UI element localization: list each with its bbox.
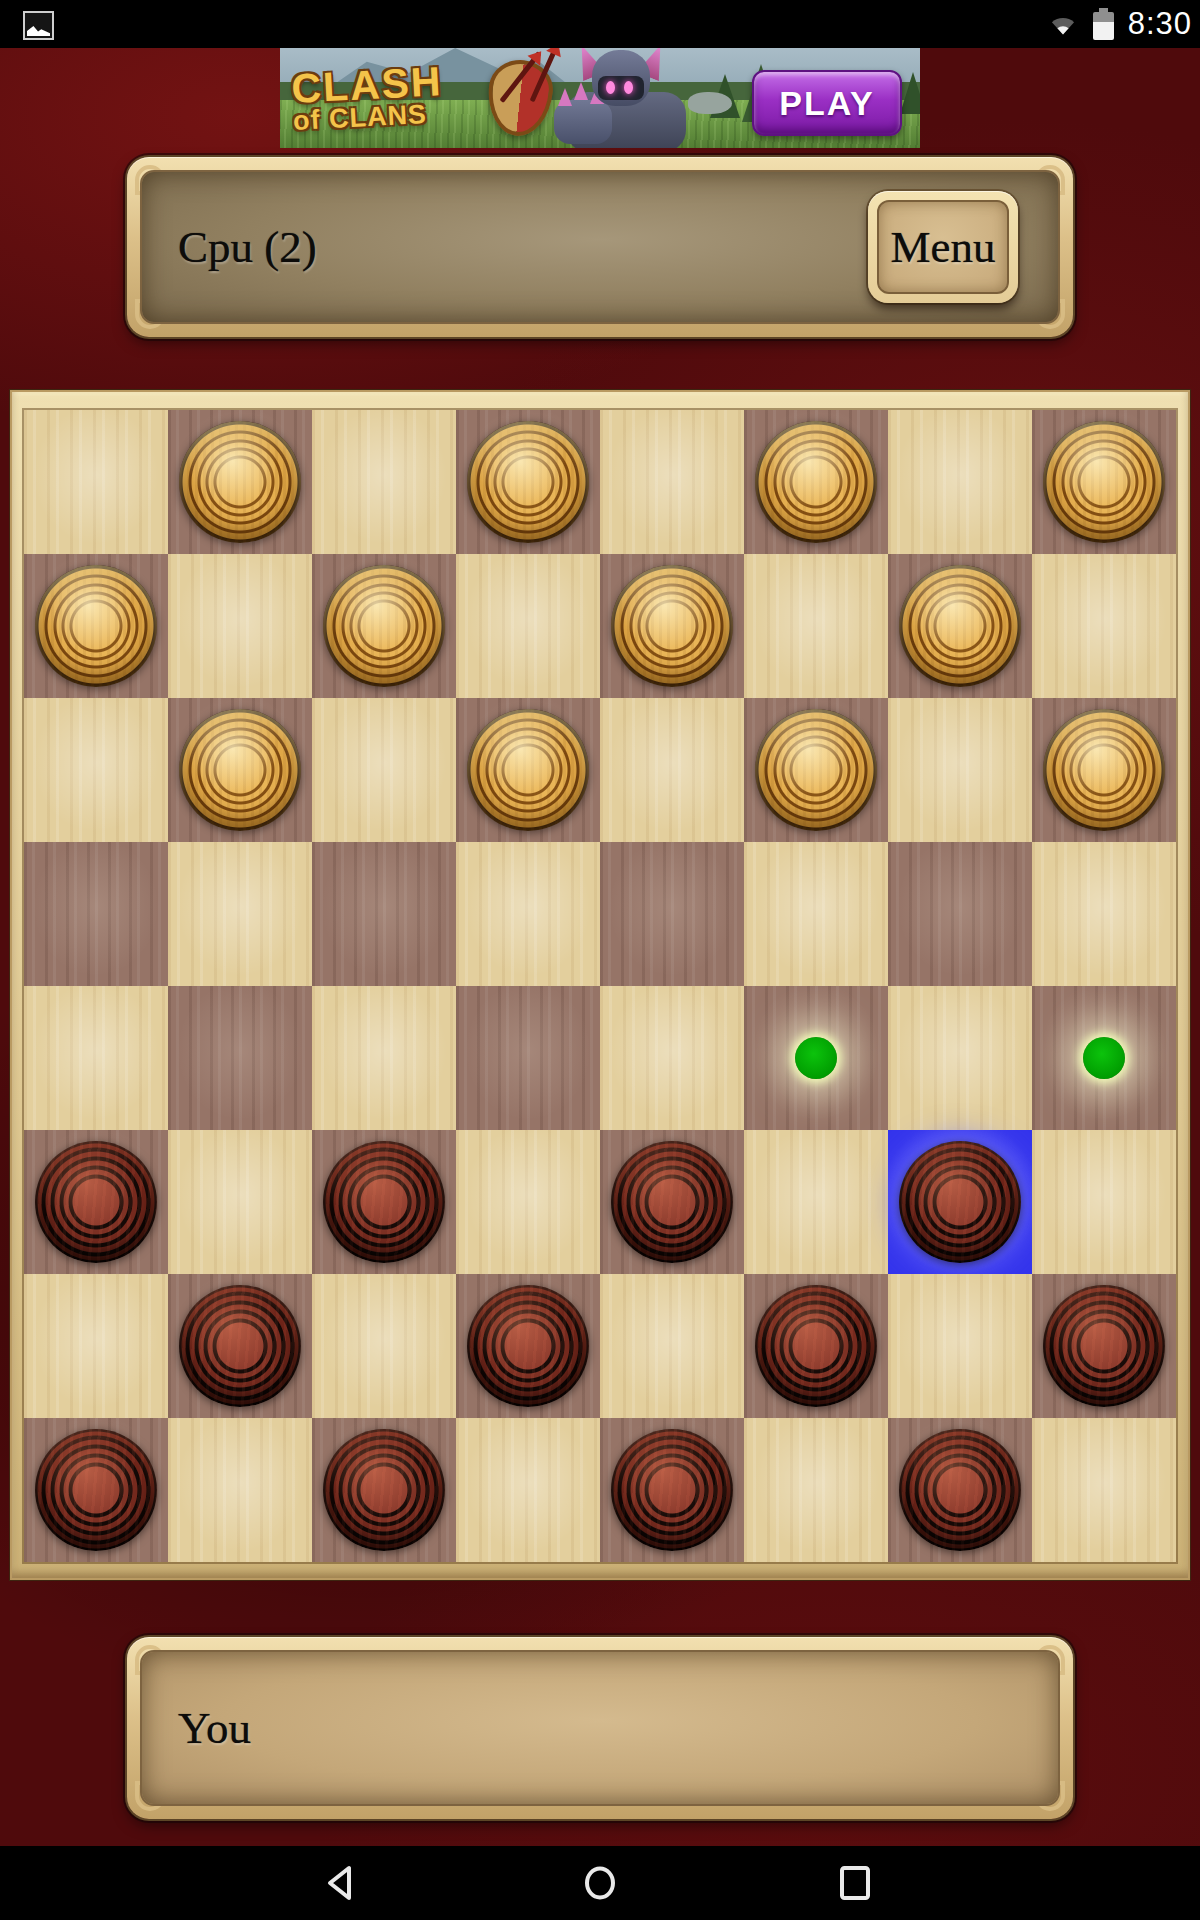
menu-button-label: Menu: [891, 221, 996, 273]
battery-icon: [1093, 8, 1114, 40]
board-square[interactable]: [24, 554, 168, 698]
board-square[interactable]: [312, 1418, 456, 1562]
player-red-piece[interactable]: [611, 1141, 733, 1263]
board-square[interactable]: [24, 842, 168, 986]
board-square[interactable]: [888, 1130, 1032, 1274]
board-square[interactable]: [312, 554, 456, 698]
board-square[interactable]: [744, 698, 888, 842]
board-square[interactable]: [456, 1130, 600, 1274]
player-red-piece[interactable]: [179, 1285, 301, 1407]
board-square[interactable]: [744, 410, 888, 554]
board-square[interactable]: [600, 986, 744, 1130]
recents-button[interactable]: [835, 1863, 875, 1903]
board-square[interactable]: [168, 1130, 312, 1274]
board-square[interactable]: [1032, 842, 1176, 986]
cpu-gold-piece[interactable]: [35, 565, 157, 687]
board-square[interactable]: [600, 1274, 744, 1418]
board-square[interactable]: [600, 1130, 744, 1274]
board-square[interactable]: [744, 1418, 888, 1562]
player-red-piece[interactable]: [1043, 1285, 1165, 1407]
player-red-piece[interactable]: [323, 1141, 445, 1263]
cpu-gold-piece[interactable]: [323, 565, 445, 687]
board-square[interactable]: [456, 554, 600, 698]
board-square[interactable]: [312, 698, 456, 842]
player-red-piece[interactable]: [35, 1141, 157, 1263]
player-red-piece[interactable]: [467, 1285, 589, 1407]
board-square[interactable]: [888, 554, 1032, 698]
cpu-gold-piece[interactable]: [179, 421, 301, 543]
you-panel: You: [127, 1637, 1073, 1819]
board-square[interactable]: [168, 554, 312, 698]
board-square[interactable]: [1032, 986, 1176, 1130]
board-square[interactable]: [888, 1274, 1032, 1418]
player-red-piece[interactable]: [899, 1429, 1021, 1551]
board-square[interactable]: [456, 986, 600, 1130]
player-red-piece[interactable]: [35, 1429, 157, 1551]
pekka-character: [560, 48, 700, 148]
android-nav-bar: [0, 1846, 1200, 1920]
board-square[interactable]: [456, 410, 600, 554]
board-square[interactable]: [312, 1130, 456, 1274]
board-square[interactable]: [744, 842, 888, 986]
board-square[interactable]: [744, 1130, 888, 1274]
board-square[interactable]: [24, 1274, 168, 1418]
clock-text: 8:30: [1128, 6, 1192, 42]
board-square[interactable]: [312, 842, 456, 986]
ad-play-button[interactable]: PLAY: [752, 70, 902, 136]
cpu-gold-piece[interactable]: [467, 421, 589, 543]
back-button[interactable]: [322, 1863, 362, 1903]
board-grid: [24, 410, 1176, 1562]
board-square[interactable]: [888, 698, 1032, 842]
board-square[interactable]: [744, 986, 888, 1130]
board-square[interactable]: [600, 410, 744, 554]
move-target-dot[interactable]: [1083, 1037, 1125, 1079]
ad-banner[interactable]: CLASH of CLANS PLAY: [280, 48, 920, 148]
board-square[interactable]: [312, 1274, 456, 1418]
player-red-piece[interactable]: [611, 1429, 733, 1551]
cpu-gold-piece[interactable]: [899, 565, 1021, 687]
board-square[interactable]: [744, 1274, 888, 1418]
cpu-panel: Cpu (2) Menu: [127, 157, 1073, 337]
player-red-piece[interactable]: [899, 1141, 1021, 1263]
screenshot-notification-icon: [23, 11, 54, 40]
checkers-board: [10, 390, 1190, 1580]
board-square[interactable]: [1032, 554, 1176, 698]
cpu-gold-piece[interactable]: [467, 709, 589, 831]
board-square[interactable]: [600, 698, 744, 842]
board-square[interactable]: [168, 1418, 312, 1562]
checkers-app-screen: 8:30 CLASH of CLANS: [0, 0, 1200, 1920]
player-red-piece[interactable]: [755, 1285, 877, 1407]
board-square[interactable]: [168, 842, 312, 986]
cpu-gold-piece[interactable]: [755, 421, 877, 543]
cpu-player-label: Cpu (2): [178, 221, 317, 273]
board-square[interactable]: [168, 698, 312, 842]
board-square[interactable]: [600, 1418, 744, 1562]
board-square[interactable]: [168, 410, 312, 554]
board-square[interactable]: [1032, 1418, 1176, 1562]
board-square[interactable]: [168, 986, 312, 1130]
cpu-gold-piece[interactable]: [179, 709, 301, 831]
board-square[interactable]: [456, 1274, 600, 1418]
board-square[interactable]: [24, 986, 168, 1130]
wifi-icon: [1047, 10, 1079, 38]
board-square[interactable]: [1032, 1274, 1176, 1418]
board-square[interactable]: [600, 554, 744, 698]
menu-button[interactable]: Menu: [868, 191, 1018, 303]
cpu-gold-piece[interactable]: [611, 565, 733, 687]
board-square[interactable]: [24, 1130, 168, 1274]
cpu-gold-piece[interactable]: [755, 709, 877, 831]
board-square[interactable]: [312, 410, 456, 554]
board-square[interactable]: [24, 698, 168, 842]
move-target-dot[interactable]: [795, 1037, 837, 1079]
board-square[interactable]: [888, 986, 1032, 1130]
cpu-gold-piece[interactable]: [1043, 709, 1165, 831]
board-square[interactable]: [312, 986, 456, 1130]
status-bar: 8:30: [0, 0, 1200, 48]
board-square[interactable]: [888, 1418, 1032, 1562]
cpu-gold-piece[interactable]: [1043, 421, 1165, 543]
clash-of-clans-logo: CLASH of CLANS: [290, 62, 444, 134]
board-square[interactable]: [456, 842, 600, 986]
board-square[interactable]: [24, 410, 168, 554]
board-square[interactable]: [24, 1418, 168, 1562]
board-square[interactable]: [168, 1274, 312, 1418]
board-square[interactable]: [600, 842, 744, 986]
board-square[interactable]: [456, 1418, 600, 1562]
you-player-label: You: [178, 1702, 251, 1754]
home-button[interactable]: [580, 1863, 620, 1903]
board-square[interactable]: [744, 554, 888, 698]
board-square[interactable]: [1032, 410, 1176, 554]
player-red-piece[interactable]: [323, 1429, 445, 1551]
board-square[interactable]: [1032, 1130, 1176, 1274]
board-square[interactable]: [888, 410, 1032, 554]
board-square[interactable]: [456, 698, 600, 842]
board-square[interactable]: [888, 842, 1032, 986]
board-square[interactable]: [1032, 698, 1176, 842]
